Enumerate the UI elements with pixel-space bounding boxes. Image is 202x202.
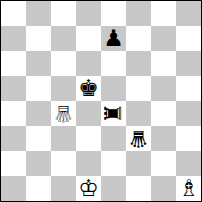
square-h8 — [176, 1, 201, 26]
square-d5: ♚ — [76, 76, 101, 101]
square-b5 — [26, 76, 51, 101]
square-h7 — [176, 26, 201, 51]
square-b6 — [26, 51, 51, 76]
square-d6 — [76, 51, 101, 76]
black-grasshopper-f3: ♛ — [128, 127, 149, 150]
square-b7 — [26, 26, 51, 51]
square-e3 — [101, 126, 126, 151]
square-g2 — [151, 151, 176, 176]
square-b4 — [26, 101, 51, 126]
square-e5 — [101, 76, 126, 101]
square-f2 — [126, 151, 151, 176]
square-g4 — [151, 101, 176, 126]
square-g5 — [151, 76, 176, 101]
square-d8 — [76, 1, 101, 26]
square-a2 — [1, 151, 26, 176]
square-b3 — [26, 126, 51, 151]
square-a4 — [1, 101, 26, 126]
square-a8 — [1, 1, 26, 26]
square-h3 — [176, 126, 201, 151]
square-h2 — [176, 151, 201, 176]
square-a7 — [1, 26, 26, 51]
square-g3 — [151, 126, 176, 151]
square-e4: ♜ — [101, 101, 126, 126]
square-d7 — [76, 26, 101, 51]
square-g8 — [151, 1, 176, 26]
square-f1 — [126, 176, 151, 201]
square-d4 — [76, 101, 101, 126]
square-d1: ♔ — [76, 176, 101, 201]
square-f6 — [126, 51, 151, 76]
square-e2 — [101, 151, 126, 176]
square-c4: ♕ — [51, 101, 76, 126]
square-c2 — [51, 151, 76, 176]
square-h1: ♗ — [176, 176, 201, 201]
square-f7 — [126, 26, 151, 51]
square-g6 — [151, 51, 176, 76]
square-f8 — [126, 1, 151, 26]
square-d3 — [76, 126, 101, 151]
square-b8 — [26, 1, 51, 26]
square-e1 — [101, 176, 126, 201]
square-b1 — [26, 176, 51, 201]
square-e7: ♟ — [101, 26, 126, 51]
white-grasshopper-c4: ♕ — [53, 102, 74, 125]
square-a1 — [1, 176, 26, 201]
square-f5 — [126, 76, 151, 101]
white-bishop-h1: ♗ — [178, 177, 199, 200]
square-e6 — [101, 51, 126, 76]
square-g1 — [151, 176, 176, 201]
square-c7 — [51, 26, 76, 51]
black-rotated-rook-e4: ♜ — [102, 103, 125, 124]
square-c6 — [51, 51, 76, 76]
square-a3 — [1, 126, 26, 151]
square-b2 — [26, 151, 51, 176]
square-a6 — [1, 51, 26, 76]
square-h5 — [176, 76, 201, 101]
square-c8 — [51, 1, 76, 26]
black-king-d5: ♚ — [78, 77, 99, 100]
square-c5 — [51, 76, 76, 101]
square-c1 — [51, 176, 76, 201]
square-h4 — [176, 101, 201, 126]
square-f4 — [126, 101, 151, 126]
square-e8 — [101, 1, 126, 26]
black-pawn-e7: ♟ — [103, 27, 124, 50]
square-g7 — [151, 26, 176, 51]
square-f3: ♛ — [126, 126, 151, 151]
chess-board-frame: ♟♚♕♜♛♔♗ — [0, 0, 202, 202]
square-d2 — [76, 151, 101, 176]
square-a5 — [1, 76, 26, 101]
white-king-d1: ♔ — [78, 177, 99, 200]
square-h6 — [176, 51, 201, 76]
square-c3 — [51, 126, 76, 151]
chess-board: ♟♚♕♜♛♔♗ — [1, 1, 201, 201]
